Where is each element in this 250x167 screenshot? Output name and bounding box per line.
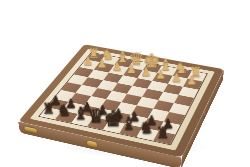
fold-seam [204, 109, 205, 121]
piece-black-knight-b8[interactable]: ♞ [56, 103, 73, 119]
piece-white-pawn-b2[interactable]: ♟ [95, 58, 110, 69]
piece-black-knight-g8[interactable]: ♞ [137, 120, 155, 136]
piece-white-pawn-e2[interactable]: ♟ [138, 66, 154, 78]
piece-white-pawn-h2[interactable]: ♟ [183, 74, 199, 86]
piece-black-bishop-f8[interactable]: ♝ [120, 116, 138, 133]
piece-black-king-e8[interactable]: ♚ [103, 108, 121, 130]
piece-white-pawn-g2[interactable]: ♟ [168, 72, 184, 84]
piece-white-pawn-c2[interactable]: ♟ [109, 61, 124, 72]
brass-hinge [24, 126, 37, 133]
piece-white-pawn-d2[interactable]: ♟ [123, 63, 139, 75]
brass-clasp [87, 140, 97, 147]
folding-chess-box: ♜♞♝♛♚♝♞♜♟♟♟♟♟♟♟♟♟♟♟♟♟♟♟♟♜♞♝♛♚♝♞♜ [18, 44, 224, 157]
piece-black-bishop-c8[interactable]: ♝ [71, 106, 88, 123]
piece-black-rook-h8[interactable]: ♜ [154, 125, 172, 140]
piece-black-queen-d8[interactable]: ♛ [87, 107, 104, 126]
piece-white-pawn-f2[interactable]: ♟ [153, 69, 169, 81]
